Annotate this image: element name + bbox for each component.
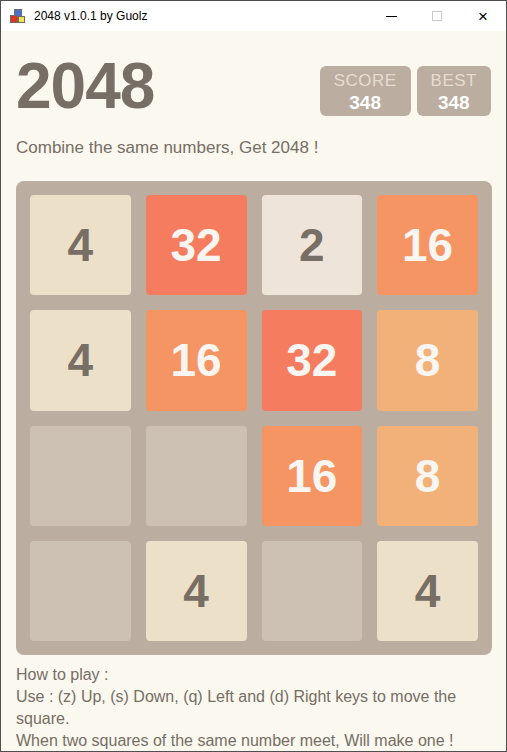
tile-4: 4 [30, 310, 131, 410]
empty-cell [30, 426, 131, 526]
tile-4: 4 [146, 541, 247, 641]
howto-line3: When two squares of the same number meet… [16, 730, 491, 752]
tile-16: 16 [146, 310, 247, 410]
app-icon-cube-red [10, 15, 18, 23]
board: 43221641632816844 [16, 181, 492, 655]
best-box: BEST 348 [417, 66, 491, 116]
tile-8: 8 [377, 426, 478, 526]
tile-16: 16 [377, 195, 478, 295]
howto-line1: How to play : [16, 664, 491, 686]
howto-text: How to play : Use : (z) Up, (s) Down, (q… [16, 664, 491, 752]
howto-line2: Use : (z) Up, (s) Down, (q) Left and (d)… [16, 686, 491, 730]
titlebar[interactable]: 2048 v1.0.1 by Guolz × [1, 1, 506, 31]
score-group: SCORE 348 BEST 348 [320, 66, 491, 116]
score-box: SCORE 348 [320, 66, 411, 116]
minimize-icon [386, 16, 397, 17]
tile-16: 16 [262, 426, 363, 526]
empty-cell [30, 541, 131, 641]
tile-4: 4 [377, 541, 478, 641]
empty-cell [262, 541, 363, 641]
maximize-button[interactable] [414, 1, 460, 31]
tile-32: 32 [262, 310, 363, 410]
header: 2048 SCORE 348 BEST 348 [16, 57, 491, 119]
tile-4: 4 [30, 195, 131, 295]
best-value: 348 [431, 92, 477, 113]
app-window: 2048 v1.0.1 by Guolz × 2048 SCORE 348 BE… [0, 0, 507, 752]
tile-8: 8 [377, 310, 478, 410]
subtitle: Combine the same numbers, Get 2048 ! [16, 137, 491, 159]
score-label: SCORE [334, 70, 397, 92]
empty-cell [146, 426, 247, 526]
app-icon-cube-yellow [18, 16, 25, 23]
minimize-button[interactable] [368, 1, 414, 31]
tile-32: 32 [146, 195, 247, 295]
app-icon [10, 8, 26, 24]
close-icon: × [478, 8, 488, 25]
close-button[interactable]: × [460, 1, 506, 31]
window-title: 2048 v1.0.1 by Guolz [34, 9, 368, 23]
tile-2: 2 [262, 195, 363, 295]
score-value: 348 [334, 92, 397, 113]
best-label: BEST [431, 70, 477, 92]
content-area: 2048 SCORE 348 BEST 348 Combine the same… [1, 57, 506, 752]
maximize-icon [432, 11, 442, 21]
game-title: 2048 [16, 57, 154, 115]
